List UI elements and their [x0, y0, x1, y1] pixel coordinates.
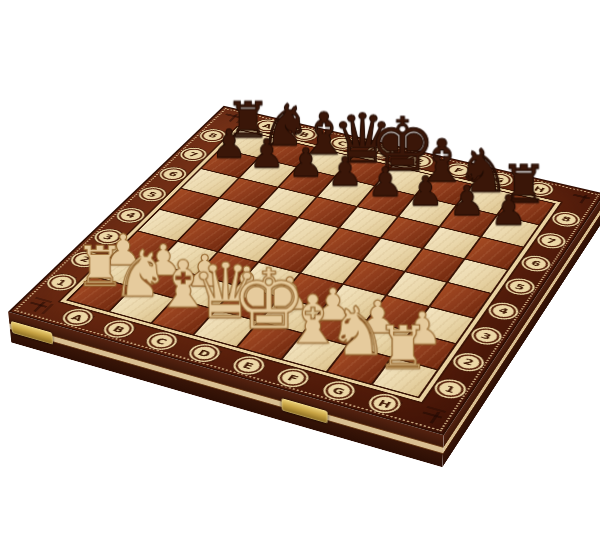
chess-set-photo: AABBCCDDEEFFGGHH1122334455667788 ♜♞♝♛♚♝♞…: [0, 0, 600, 533]
brass-hinge-left: [11, 321, 53, 345]
chess-board: AABBCCDDEEFFGGHH1122334455667788 ♜♞♝♛♚♝♞…: [8, 106, 600, 435]
black-pawn-icon: ♟: [449, 191, 567, 232]
piece-layer: ♜♞♝♛♚♝♞♜♟♟♟♟♟♟♟♟♟♟♟♟♟♟♟♟♜♞♝♛♚♝♞♜: [8, 106, 600, 435]
brass-hinge-right: [282, 398, 328, 423]
white-rook-icon: ♜: [337, 319, 469, 378]
